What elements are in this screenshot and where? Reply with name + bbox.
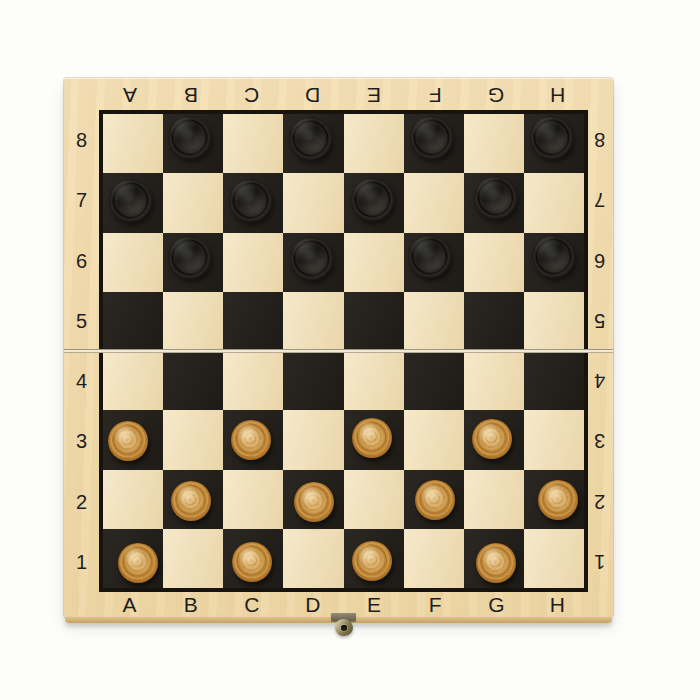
square-b1[interactable] bbox=[163, 529, 223, 588]
square-f8[interactable] bbox=[404, 114, 464, 173]
square-d1[interactable] bbox=[283, 529, 343, 588]
checker-black-d8[interactable] bbox=[289, 117, 332, 160]
square-h5[interactable] bbox=[524, 292, 584, 351]
square-d2[interactable] bbox=[283, 470, 343, 529]
file-label-top-G: G bbox=[488, 85, 504, 106]
square-b2[interactable] bbox=[163, 470, 223, 529]
square-g4[interactable] bbox=[464, 351, 524, 410]
checker-black-e7[interactable] bbox=[351, 178, 394, 221]
square-d5[interactable] bbox=[283, 292, 343, 351]
square-f5[interactable] bbox=[404, 292, 464, 351]
checker-black-h6[interactable] bbox=[532, 235, 575, 278]
clasp-hole bbox=[341, 625, 347, 631]
square-a8[interactable] bbox=[103, 114, 163, 173]
checker-black-b8[interactable] bbox=[168, 116, 211, 159]
square-f7[interactable] bbox=[404, 173, 464, 232]
rank-label-left-3: 3 bbox=[76, 431, 87, 451]
square-c6[interactable] bbox=[223, 233, 283, 292]
checker-white-b2[interactable] bbox=[171, 481, 211, 521]
rank-label-left-7: 7 bbox=[76, 190, 87, 210]
checker-white-g3[interactable] bbox=[472, 419, 512, 459]
checker-white-e3[interactable] bbox=[352, 418, 392, 458]
square-a7[interactable] bbox=[103, 173, 163, 232]
square-a3[interactable] bbox=[103, 410, 163, 469]
square-b4[interactable] bbox=[163, 351, 223, 410]
square-c3[interactable] bbox=[223, 410, 283, 469]
rank-label-left-2: 2 bbox=[76, 492, 87, 512]
rank-label-left-4: 4 bbox=[76, 371, 87, 391]
square-c8[interactable] bbox=[223, 114, 283, 173]
square-e3[interactable] bbox=[344, 410, 404, 469]
fold-seam bbox=[64, 349, 613, 353]
square-b8[interactable] bbox=[163, 114, 223, 173]
square-a5[interactable] bbox=[103, 292, 163, 351]
square-g1[interactable] bbox=[464, 529, 524, 588]
square-d7[interactable] bbox=[283, 173, 343, 232]
square-g5[interactable] bbox=[464, 292, 524, 351]
chess-board: ABCDEFGH 87654321 87654321 ABCDEFGH bbox=[64, 78, 613, 617]
rank-label-right-8: 8 bbox=[594, 130, 605, 150]
square-a2[interactable] bbox=[103, 470, 163, 529]
rank-label-left-1: 1 bbox=[76, 552, 87, 572]
checker-black-f8[interactable] bbox=[410, 116, 453, 159]
file-label-bottom-C: C bbox=[244, 594, 259, 615]
square-f4[interactable] bbox=[404, 351, 464, 410]
square-e8[interactable] bbox=[344, 114, 404, 173]
square-b7[interactable] bbox=[163, 173, 223, 232]
rank-label-left-8: 8 bbox=[76, 130, 87, 150]
rank-label-left-5: 5 bbox=[76, 311, 87, 331]
checker-white-g1[interactable] bbox=[476, 543, 516, 583]
file-label-top-C: C bbox=[244, 85, 259, 106]
file-label-bottom-G: G bbox=[488, 594, 504, 615]
square-f3[interactable] bbox=[404, 410, 464, 469]
clasp-latch[interactable] bbox=[328, 611, 360, 643]
square-b5[interactable] bbox=[163, 292, 223, 351]
square-a6[interactable] bbox=[103, 233, 163, 292]
checker-black-c7[interactable] bbox=[229, 179, 272, 222]
square-e5[interactable] bbox=[344, 292, 404, 351]
rank-label-right-3: 3 bbox=[594, 431, 605, 451]
rank-label-right-5: 5 bbox=[594, 311, 605, 331]
file-label-top-D: D bbox=[305, 85, 320, 106]
file-label-top-A: A bbox=[123, 85, 137, 106]
checker-white-a1[interactable] bbox=[118, 543, 158, 583]
square-d6[interactable] bbox=[283, 233, 343, 292]
checker-black-d6[interactable] bbox=[290, 237, 333, 280]
checker-white-a3[interactable] bbox=[108, 421, 148, 461]
square-a4[interactable] bbox=[103, 351, 163, 410]
checker-black-a7[interactable] bbox=[109, 179, 152, 222]
square-h7[interactable] bbox=[524, 173, 584, 232]
checker-white-f2[interactable] bbox=[415, 480, 455, 520]
file-label-bottom-D: D bbox=[305, 594, 320, 615]
square-g6[interactable] bbox=[464, 233, 524, 292]
rank-label-left-6: 6 bbox=[76, 251, 87, 271]
square-h4[interactable] bbox=[524, 351, 584, 410]
square-e6[interactable] bbox=[344, 233, 404, 292]
file-label-bottom-B: B bbox=[184, 594, 198, 615]
file-label-bottom-F: F bbox=[429, 594, 442, 615]
file-label-top-H: H bbox=[550, 85, 565, 106]
square-h1[interactable] bbox=[524, 529, 584, 588]
checker-black-h8[interactable] bbox=[530, 116, 573, 159]
square-b6[interactable] bbox=[163, 233, 223, 292]
square-c2[interactable] bbox=[223, 470, 283, 529]
photo-background: ABCDEFGH 87654321 87654321 ABCDEFGH bbox=[0, 0, 700, 700]
checker-white-c3[interactable] bbox=[231, 420, 271, 460]
square-c1[interactable] bbox=[223, 529, 283, 588]
square-a1[interactable] bbox=[103, 529, 163, 588]
square-e7[interactable] bbox=[344, 173, 404, 232]
square-d8[interactable] bbox=[283, 114, 343, 173]
file-label-bottom-E: E bbox=[367, 594, 381, 615]
square-f6[interactable] bbox=[404, 233, 464, 292]
file-label-bottom-A: A bbox=[123, 594, 137, 615]
square-h3[interactable] bbox=[524, 410, 584, 469]
file-labels-top: ABCDEFGH bbox=[99, 82, 588, 109]
square-g2[interactable] bbox=[464, 470, 524, 529]
rank-label-right-2: 2 bbox=[594, 492, 605, 512]
square-f2[interactable] bbox=[404, 470, 464, 529]
square-h8[interactable] bbox=[524, 114, 584, 173]
square-b3[interactable] bbox=[163, 410, 223, 469]
square-d4[interactable] bbox=[283, 351, 343, 410]
square-c4[interactable] bbox=[223, 351, 283, 410]
checker-white-e1[interactable] bbox=[352, 541, 392, 581]
square-e1[interactable] bbox=[344, 529, 404, 588]
checker-black-b6[interactable] bbox=[168, 236, 211, 279]
checker-black-f6[interactable] bbox=[408, 235, 451, 278]
square-d3[interactable] bbox=[283, 410, 343, 469]
checker-white-h2[interactable] bbox=[538, 480, 578, 520]
square-c5[interactable] bbox=[223, 292, 283, 351]
square-g8[interactable] bbox=[464, 114, 524, 173]
rank-label-right-6: 6 bbox=[594, 251, 605, 271]
rank-label-right-1: 1 bbox=[594, 552, 605, 572]
square-g3[interactable] bbox=[464, 410, 524, 469]
square-e2[interactable] bbox=[344, 470, 404, 529]
square-f1[interactable] bbox=[404, 529, 464, 588]
checker-white-c1[interactable] bbox=[232, 542, 272, 582]
file-label-top-E: E bbox=[367, 85, 381, 106]
file-label-bottom-H: H bbox=[550, 594, 565, 615]
checker-white-d2[interactable] bbox=[294, 482, 334, 522]
square-g7[interactable] bbox=[464, 173, 524, 232]
file-label-top-F: F bbox=[429, 85, 442, 106]
square-c7[interactable] bbox=[223, 173, 283, 232]
checker-black-g7[interactable] bbox=[474, 176, 517, 219]
square-h6[interactable] bbox=[524, 233, 584, 292]
rank-label-right-4: 4 bbox=[594, 371, 605, 391]
square-h2[interactable] bbox=[524, 470, 584, 529]
square-e4[interactable] bbox=[344, 351, 404, 410]
rank-label-right-7: 7 bbox=[594, 190, 605, 210]
file-label-top-B: B bbox=[184, 85, 198, 106]
